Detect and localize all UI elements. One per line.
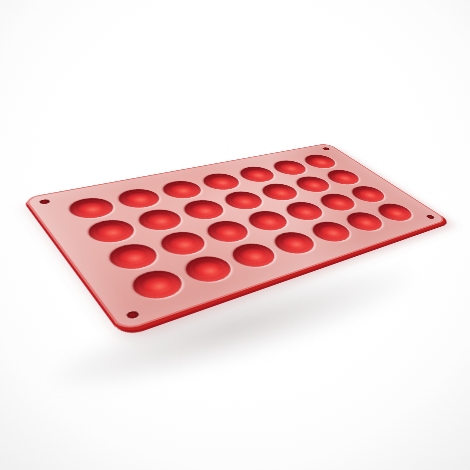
- corner-hole-top-right: [322, 147, 331, 150]
- corner-hole-bottom-left: [125, 310, 140, 320]
- corner-hole-top-left: [38, 199, 51, 205]
- corner-hole-bottom-right: [426, 214, 436, 219]
- product-photo: { "game": "none — not a board game; over…: [0, 0, 470, 470]
